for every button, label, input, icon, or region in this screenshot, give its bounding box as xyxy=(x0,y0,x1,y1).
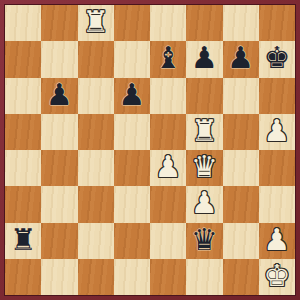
black-pawn-piece[interactable]: ♟ xyxy=(227,43,254,73)
square-b4[interactable] xyxy=(41,150,77,186)
black-pawn-piece[interactable]: ♟ xyxy=(118,80,145,110)
square-a4[interactable] xyxy=(5,150,41,186)
square-g1[interactable] xyxy=(223,259,259,295)
square-b2[interactable] xyxy=(41,223,77,259)
square-a5[interactable] xyxy=(5,114,41,150)
square-f7[interactable]: ♟ xyxy=(186,41,222,77)
square-d3[interactable] xyxy=(114,186,150,222)
square-f2[interactable]: ♛ xyxy=(186,223,222,259)
white-pawn-piece[interactable]: ♟ xyxy=(263,225,290,255)
square-a2[interactable]: ♜ xyxy=(5,223,41,259)
square-b5[interactable] xyxy=(41,114,77,150)
square-e7[interactable]: ♝ xyxy=(150,41,186,77)
square-h4[interactable] xyxy=(259,150,295,186)
square-c7[interactable] xyxy=(78,41,114,77)
square-g4[interactable] xyxy=(223,150,259,186)
white-pawn-piece[interactable]: ♟ xyxy=(263,116,290,146)
square-c2[interactable] xyxy=(78,223,114,259)
white-rook-piece[interactable]: ♜ xyxy=(82,7,109,37)
square-a1[interactable] xyxy=(5,259,41,295)
square-f3[interactable]: ♟ xyxy=(186,186,222,222)
square-a6[interactable] xyxy=(5,78,41,114)
square-a8[interactable] xyxy=(5,5,41,41)
square-c6[interactable] xyxy=(78,78,114,114)
square-c3[interactable] xyxy=(78,186,114,222)
white-pawn-piece[interactable]: ♟ xyxy=(191,188,218,218)
square-e5[interactable] xyxy=(150,114,186,150)
square-g7[interactable]: ♟ xyxy=(223,41,259,77)
square-e4[interactable]: ♟ xyxy=(150,150,186,186)
square-a3[interactable] xyxy=(5,186,41,222)
square-c4[interactable] xyxy=(78,150,114,186)
square-h3[interactable] xyxy=(259,186,295,222)
black-queen-piece[interactable]: ♛ xyxy=(191,225,218,255)
square-g8[interactable] xyxy=(223,5,259,41)
square-g2[interactable] xyxy=(223,223,259,259)
square-h7[interactable]: ♚ xyxy=(259,41,295,77)
black-king-piece[interactable]: ♚ xyxy=(263,43,290,73)
chess-board: ♜♝♟♟♚♟♟♜♟♟♛♟♜♛♟♚ xyxy=(4,4,296,296)
square-b1[interactable] xyxy=(41,259,77,295)
square-f1[interactable] xyxy=(186,259,222,295)
square-d7[interactable] xyxy=(114,41,150,77)
board-frame: ♜♝♟♟♚♟♟♜♟♟♛♟♜♛♟♚ xyxy=(0,0,300,300)
square-f6[interactable] xyxy=(186,78,222,114)
square-e8[interactable] xyxy=(150,5,186,41)
square-b3[interactable] xyxy=(41,186,77,222)
square-f5[interactable]: ♜ xyxy=(186,114,222,150)
square-b7[interactable] xyxy=(41,41,77,77)
square-d5[interactable] xyxy=(114,114,150,150)
square-b6[interactable]: ♟ xyxy=(41,78,77,114)
square-h5[interactable]: ♟ xyxy=(259,114,295,150)
square-g5[interactable] xyxy=(223,114,259,150)
square-h6[interactable] xyxy=(259,78,295,114)
square-d6[interactable]: ♟ xyxy=(114,78,150,114)
square-g3[interactable] xyxy=(223,186,259,222)
chess-diagram: ♜♝♟♟♚♟♟♜♟♟♛♟♜♛♟♚ xyxy=(0,0,300,300)
white-king-piece[interactable]: ♚ xyxy=(263,261,290,291)
square-d4[interactable] xyxy=(114,150,150,186)
square-c1[interactable] xyxy=(78,259,114,295)
square-c5[interactable] xyxy=(78,114,114,150)
square-h8[interactable] xyxy=(259,5,295,41)
square-h2[interactable]: ♟ xyxy=(259,223,295,259)
square-e3[interactable] xyxy=(150,186,186,222)
black-rook-piece[interactable]: ♜ xyxy=(10,225,37,255)
square-b8[interactable] xyxy=(41,5,77,41)
square-d2[interactable] xyxy=(114,223,150,259)
square-e2[interactable] xyxy=(150,223,186,259)
square-f4[interactable]: ♛ xyxy=(186,150,222,186)
black-bishop-piece[interactable]: ♝ xyxy=(155,43,182,73)
white-pawn-piece[interactable]: ♟ xyxy=(155,152,182,182)
square-g6[interactable] xyxy=(223,78,259,114)
black-pawn-piece[interactable]: ♟ xyxy=(46,80,73,110)
white-rook-piece[interactable]: ♜ xyxy=(191,116,218,146)
square-e6[interactable] xyxy=(150,78,186,114)
square-h1[interactable]: ♚ xyxy=(259,259,295,295)
square-c8[interactable]: ♜ xyxy=(78,5,114,41)
black-pawn-piece[interactable]: ♟ xyxy=(191,43,218,73)
square-d8[interactable] xyxy=(114,5,150,41)
white-queen-piece[interactable]: ♛ xyxy=(191,152,218,182)
square-d1[interactable] xyxy=(114,259,150,295)
square-a7[interactable] xyxy=(5,41,41,77)
square-e1[interactable] xyxy=(150,259,186,295)
square-f8[interactable] xyxy=(186,5,222,41)
